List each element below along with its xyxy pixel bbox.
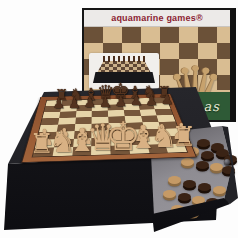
product-photo-chess-set: aquamarine games® ♛ Ajedrez y Damas ♜♞♝♛… [0, 0, 238, 238]
checker-piece-light [163, 190, 176, 198]
board-square [129, 145, 149, 154]
board-square [91, 146, 110, 155]
box-brand-strip: aquamarine games® [84, 10, 230, 27]
chess-board-frame [21, 94, 197, 163]
board-square [110, 145, 130, 154]
checker-piece-dark [183, 180, 196, 188]
checker-piece-light [213, 186, 226, 194]
checker-piece-dark [196, 161, 209, 169]
drawer-knob [224, 159, 230, 165]
checker-piece-light [181, 158, 194, 166]
chess-board [32, 97, 189, 157]
checker-piece-dark [178, 193, 191, 201]
checker-piece-dark [201, 151, 214, 159]
board-square [52, 147, 72, 156]
checker-piece-light [168, 176, 181, 184]
inset-product-photo [89, 53, 159, 89]
checker-piece-dark [198, 183, 211, 191]
board-square [33, 147, 54, 156]
checker-piece-dark [197, 139, 210, 147]
inset-mini-black-box [93, 72, 155, 83]
inset-mini-chessboard [97, 61, 151, 73]
inset-mini-pieces [103, 56, 145, 62]
board-square [72, 146, 92, 155]
board-square [165, 144, 187, 153]
brand-logo-text: aquamarine games® [111, 13, 203, 23]
